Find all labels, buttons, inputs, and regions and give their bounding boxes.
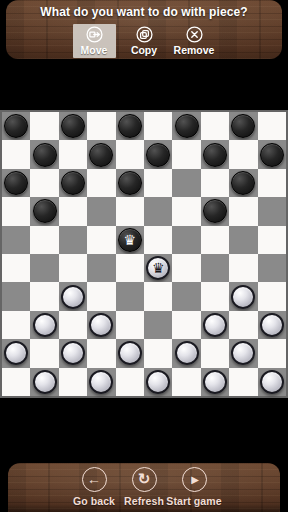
board-square[interactable] bbox=[172, 339, 200, 367]
white-man[interactable] bbox=[146, 370, 170, 394]
black-man[interactable] bbox=[61, 171, 85, 195]
board-square[interactable] bbox=[30, 226, 58, 254]
board: ♛♛ bbox=[0, 110, 288, 398]
black-man[interactable] bbox=[4, 114, 28, 138]
black-man[interactable] bbox=[33, 143, 57, 167]
board-square[interactable] bbox=[258, 140, 286, 168]
black-man[interactable] bbox=[203, 199, 227, 223]
board-square[interactable]: ♛ bbox=[116, 226, 144, 254]
piece-action-dialog: What do you want to do with piece? Move bbox=[6, 0, 282, 59]
board-square[interactable]: ♛ bbox=[144, 254, 172, 282]
black-man[interactable] bbox=[89, 143, 113, 167]
remove-label: Remove bbox=[174, 44, 215, 56]
black-man[interactable] bbox=[203, 143, 227, 167]
board-square[interactable] bbox=[59, 311, 87, 339]
board-square[interactable] bbox=[87, 226, 115, 254]
board-square[interactable] bbox=[144, 282, 172, 310]
white-man[interactable] bbox=[260, 313, 284, 337]
white-man[interactable] bbox=[203, 370, 227, 394]
board-square[interactable] bbox=[59, 368, 87, 396]
board-square[interactable] bbox=[87, 169, 115, 197]
board-square[interactable] bbox=[258, 226, 286, 254]
board-square[interactable] bbox=[201, 339, 229, 367]
board-square[interactable] bbox=[2, 311, 30, 339]
board-square[interactable] bbox=[258, 197, 286, 225]
go-back-label: Go back bbox=[73, 495, 115, 507]
board-square[interactable] bbox=[87, 140, 115, 168]
white-man[interactable] bbox=[175, 341, 199, 365]
board-square[interactable] bbox=[116, 311, 144, 339]
board-square[interactable] bbox=[201, 169, 229, 197]
dialog-action-row: Move Copy Remove bbox=[6, 24, 282, 58]
board-square[interactable] bbox=[201, 254, 229, 282]
board-square[interactable] bbox=[2, 197, 30, 225]
board-square[interactable] bbox=[59, 140, 87, 168]
board-square[interactable] bbox=[116, 368, 144, 396]
black-man[interactable] bbox=[118, 171, 142, 195]
board-square[interactable] bbox=[172, 140, 200, 168]
board-square[interactable] bbox=[144, 197, 172, 225]
remove-icon bbox=[186, 26, 203, 43]
black-man[interactable] bbox=[61, 114, 85, 138]
play-icon: ▶ bbox=[182, 467, 207, 492]
board-square[interactable] bbox=[258, 368, 286, 396]
board-square[interactable] bbox=[258, 339, 286, 367]
board-square[interactable] bbox=[172, 197, 200, 225]
board-square[interactable] bbox=[144, 226, 172, 254]
board-square[interactable] bbox=[201, 197, 229, 225]
board-square[interactable] bbox=[201, 311, 229, 339]
refresh-glyph: ↻ bbox=[138, 471, 151, 486]
white-man[interactable] bbox=[231, 341, 255, 365]
board-square[interactable] bbox=[172, 282, 200, 310]
white-man[interactable] bbox=[33, 313, 57, 337]
black-man[interactable] bbox=[175, 114, 199, 138]
board-square[interactable] bbox=[201, 112, 229, 140]
bottom-action-bar: ← Go back ↻ Refresh ▶ Start game bbox=[8, 463, 280, 512]
play-glyph: ▶ bbox=[191, 475, 199, 485]
copy-button[interactable]: Copy bbox=[123, 24, 166, 58]
white-man[interactable] bbox=[203, 313, 227, 337]
board-square[interactable] bbox=[87, 254, 115, 282]
board-square[interactable] bbox=[258, 254, 286, 282]
refresh-icon: ↻ bbox=[132, 467, 157, 492]
black-man[interactable] bbox=[231, 114, 255, 138]
board-square[interactable] bbox=[2, 339, 30, 367]
board-square[interactable] bbox=[201, 282, 229, 310]
board-square[interactable] bbox=[229, 197, 257, 225]
board-square[interactable] bbox=[87, 197, 115, 225]
board-square[interactable] bbox=[2, 140, 30, 168]
board-square[interactable] bbox=[229, 311, 257, 339]
board-square[interactable] bbox=[144, 140, 172, 168]
white-man[interactable] bbox=[260, 370, 284, 394]
board-square[interactable] bbox=[229, 226, 257, 254]
move-button[interactable]: Move bbox=[73, 24, 116, 58]
board-square[interactable] bbox=[258, 282, 286, 310]
board-square[interactable] bbox=[87, 339, 115, 367]
board-square[interactable] bbox=[229, 282, 257, 310]
board-square[interactable] bbox=[2, 254, 30, 282]
board-square[interactable] bbox=[2, 226, 30, 254]
remove-button[interactable]: Remove bbox=[173, 24, 216, 58]
white-man[interactable] bbox=[89, 313, 113, 337]
board-square[interactable] bbox=[116, 140, 144, 168]
start-game-label: Start game bbox=[166, 495, 221, 507]
board-square[interactable] bbox=[229, 368, 257, 396]
board-square[interactable] bbox=[116, 169, 144, 197]
board-square[interactable] bbox=[30, 339, 58, 367]
board-square[interactable] bbox=[172, 226, 200, 254]
board-square[interactable] bbox=[2, 282, 30, 310]
white-man[interactable] bbox=[89, 370, 113, 394]
board-square[interactable] bbox=[201, 140, 229, 168]
black-man[interactable] bbox=[146, 143, 170, 167]
board-square[interactable] bbox=[59, 282, 87, 310]
refresh-button[interactable]: ↻ Refresh bbox=[119, 467, 169, 507]
board-square[interactable] bbox=[258, 112, 286, 140]
board-square[interactable] bbox=[144, 311, 172, 339]
white-man[interactable] bbox=[61, 341, 85, 365]
board-square[interactable] bbox=[172, 112, 200, 140]
back-arrow-glyph: ← bbox=[87, 472, 101, 486]
board-square[interactable] bbox=[172, 311, 200, 339]
go-back-button[interactable]: ← Go back bbox=[69, 467, 119, 507]
black-king[interactable]: ♛ bbox=[118, 228, 142, 252]
board-square[interactable] bbox=[116, 339, 144, 367]
board-square[interactable] bbox=[116, 282, 144, 310]
board-square[interactable] bbox=[59, 112, 87, 140]
white-man[interactable] bbox=[4, 341, 28, 365]
board-square[interactable] bbox=[172, 169, 200, 197]
board-square[interactable] bbox=[30, 197, 58, 225]
board-square[interactable] bbox=[2, 169, 30, 197]
board-square[interactable] bbox=[30, 140, 58, 168]
board-square[interactable] bbox=[144, 169, 172, 197]
board-square[interactable] bbox=[229, 339, 257, 367]
black-man[interactable] bbox=[118, 114, 142, 138]
board-square[interactable] bbox=[172, 254, 200, 282]
board-square[interactable] bbox=[229, 112, 257, 140]
board-square[interactable] bbox=[30, 254, 58, 282]
board-square[interactable] bbox=[116, 112, 144, 140]
move-label: Move bbox=[81, 44, 108, 56]
board-square[interactable] bbox=[30, 311, 58, 339]
board-square[interactable] bbox=[229, 140, 257, 168]
white-man[interactable] bbox=[118, 341, 142, 365]
black-man[interactable] bbox=[33, 199, 57, 223]
board-square[interactable] bbox=[87, 282, 115, 310]
board-square[interactable] bbox=[144, 368, 172, 396]
board-square[interactable] bbox=[59, 339, 87, 367]
board-square[interactable] bbox=[30, 368, 58, 396]
board-square[interactable] bbox=[229, 254, 257, 282]
board-square[interactable] bbox=[229, 169, 257, 197]
board-square[interactable] bbox=[116, 254, 144, 282]
move-icon bbox=[86, 26, 103, 43]
black-man[interactable] bbox=[4, 171, 28, 195]
board-square[interactable] bbox=[258, 311, 286, 339]
board-square[interactable] bbox=[144, 112, 172, 140]
board-square[interactable] bbox=[258, 169, 286, 197]
board-square[interactable] bbox=[59, 169, 87, 197]
board-square[interactable] bbox=[87, 368, 115, 396]
copy-icon bbox=[136, 26, 153, 43]
start-game-button[interactable]: ▶ Start game bbox=[169, 467, 219, 507]
board-square[interactable] bbox=[2, 112, 30, 140]
board-square[interactable] bbox=[87, 112, 115, 140]
black-man[interactable] bbox=[260, 143, 284, 167]
board-square[interactable] bbox=[87, 311, 115, 339]
refresh-label: Refresh bbox=[124, 495, 164, 507]
board-square[interactable] bbox=[59, 254, 87, 282]
board-square[interactable] bbox=[30, 169, 58, 197]
board-square[interactable] bbox=[172, 368, 200, 396]
board-square[interactable] bbox=[59, 226, 87, 254]
board-square[interactable] bbox=[201, 368, 229, 396]
board-square[interactable] bbox=[116, 197, 144, 225]
board-square[interactable] bbox=[144, 339, 172, 367]
white-man[interactable] bbox=[33, 370, 57, 394]
white-man[interactable] bbox=[231, 285, 255, 309]
bottom-button-row: ← Go back ↻ Refresh ▶ Start game bbox=[8, 467, 280, 507]
board-square[interactable] bbox=[59, 197, 87, 225]
board-square[interactable] bbox=[30, 112, 58, 140]
board-square[interactable] bbox=[201, 226, 229, 254]
white-man[interactable] bbox=[61, 285, 85, 309]
board-square[interactable] bbox=[30, 282, 58, 310]
white-king[interactable]: ♛ bbox=[146, 256, 170, 280]
back-arrow-icon: ← bbox=[82, 467, 107, 492]
dialog-title: What do you want to do with piece? bbox=[6, 5, 282, 19]
board-square[interactable] bbox=[2, 368, 30, 396]
black-man[interactable] bbox=[231, 171, 255, 195]
crown-icon: ♛ bbox=[124, 232, 137, 246]
crown-icon: ♛ bbox=[152, 261, 165, 275]
copy-label: Copy bbox=[131, 44, 157, 56]
